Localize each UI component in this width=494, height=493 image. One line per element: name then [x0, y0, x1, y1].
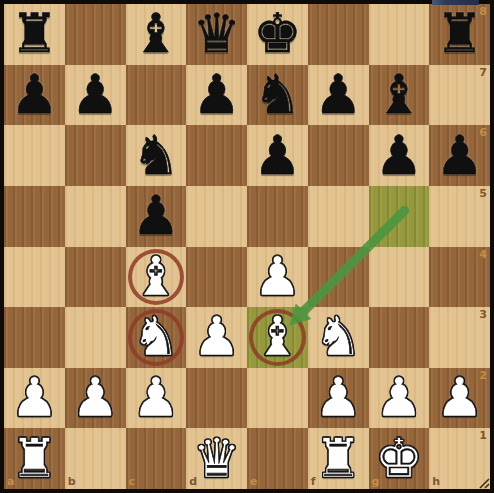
square-c2[interactable]: ♟	[126, 368, 187, 429]
square-g7[interactable]: ♝	[369, 65, 430, 126]
square-a5[interactable]	[4, 186, 65, 247]
piece-black-pawn-d7[interactable]: ♟	[186, 65, 247, 126]
square-h3[interactable]: 3	[429, 307, 490, 368]
piece-white-pawn-a2[interactable]: ♟	[4, 368, 65, 429]
piece-black-pawn-f7[interactable]: ♟	[308, 65, 369, 126]
square-b7[interactable]: ♟	[65, 65, 126, 126]
piece-black-pawn-b7[interactable]: ♟	[65, 65, 126, 126]
square-f5[interactable]	[308, 186, 369, 247]
square-g8[interactable]	[369, 4, 430, 65]
piece-white-pawn-e4[interactable]: ♟	[247, 247, 308, 308]
square-c7[interactable]	[126, 65, 187, 126]
square-e6[interactable]: ♟	[247, 125, 308, 186]
square-a8[interactable]: ♜	[4, 4, 65, 65]
piece-white-pawn-h2[interactable]: ♟	[429, 368, 490, 429]
rank-label-1: 1	[479, 429, 487, 442]
square-h8[interactable]: ♜8	[429, 4, 490, 65]
square-c1[interactable]: c	[126, 428, 187, 489]
square-f8[interactable]	[308, 4, 369, 65]
piece-black-pawn-a7[interactable]: ♟	[4, 65, 65, 126]
square-f3[interactable]: ♞	[308, 307, 369, 368]
square-c8[interactable]: ♝	[126, 4, 187, 65]
square-c5[interactable]: ♟	[126, 186, 187, 247]
square-g5[interactable]	[369, 186, 430, 247]
square-e2[interactable]	[247, 368, 308, 429]
square-e3[interactable]: ♝	[247, 307, 308, 368]
square-d2[interactable]	[186, 368, 247, 429]
piece-black-knight-c6[interactable]: ♞	[126, 125, 187, 186]
square-h5[interactable]: 5	[429, 186, 490, 247]
square-b2[interactable]: ♟	[65, 368, 126, 429]
piece-black-king-e8[interactable]: ♚	[247, 4, 308, 65]
rank-label-7: 7	[479, 66, 487, 79]
piece-black-bishop-c8[interactable]: ♝	[126, 4, 187, 65]
file-label-b: b	[68, 475, 76, 488]
square-f4[interactable]	[308, 247, 369, 308]
piece-black-knight-e7[interactable]: ♞	[247, 65, 308, 126]
piece-white-pawn-b2[interactable]: ♟	[65, 368, 126, 429]
file-label-h: h	[432, 475, 440, 488]
square-b8[interactable]	[65, 4, 126, 65]
piece-black-pawn-g6[interactable]: ♟	[369, 125, 430, 186]
piece-black-rook-h8[interactable]: ♜	[429, 4, 490, 65]
square-f7[interactable]: ♟	[308, 65, 369, 126]
square-e1[interactable]: e	[247, 428, 308, 489]
piece-black-pawn-c5[interactable]: ♟	[126, 186, 187, 247]
resize-handle-icon[interactable]	[476, 475, 490, 489]
square-a4[interactable]	[4, 247, 65, 308]
square-b5[interactable]	[65, 186, 126, 247]
square-d7[interactable]: ♟	[186, 65, 247, 126]
square-f2[interactable]: ♟	[308, 368, 369, 429]
square-g4[interactable]	[369, 247, 430, 308]
square-e8[interactable]: ♚	[247, 4, 308, 65]
piece-white-rook-f1[interactable]: ♜	[308, 428, 369, 489]
square-d4[interactable]	[186, 247, 247, 308]
piece-black-bishop-g7[interactable]: ♝	[369, 65, 430, 126]
square-g6[interactable]: ♟	[369, 125, 430, 186]
square-h2[interactable]: ♟2	[429, 368, 490, 429]
piece-white-bishop-c4[interactable]: ♝	[126, 247, 187, 308]
piece-black-rook-a8[interactable]: ♜	[4, 4, 65, 65]
square-f6[interactable]	[308, 125, 369, 186]
piece-white-pawn-f2[interactable]: ♟	[308, 368, 369, 429]
square-h6[interactable]: ♟6	[429, 125, 490, 186]
piece-white-pawn-c2[interactable]: ♟	[126, 368, 187, 429]
square-d6[interactable]	[186, 125, 247, 186]
piece-white-knight-f3[interactable]: ♞	[308, 307, 369, 368]
chess-board[interactable]: ♜♝♛♚♜8♟♟♟♞♟♝7♞♟♟♟6♟5♝♟4♞♟♝♞3♟♟♟♟♟♟2♜abc♛…	[4, 4, 490, 489]
piece-white-rook-a1[interactable]: ♜	[4, 428, 65, 489]
square-g1[interactable]: ♚g	[369, 428, 430, 489]
piece-black-pawn-h6[interactable]: ♟	[429, 125, 490, 186]
top-edge-fragment	[432, 0, 479, 5]
square-d8[interactable]: ♛	[186, 4, 247, 65]
piece-black-pawn-e6[interactable]: ♟	[247, 125, 308, 186]
piece-white-queen-d1[interactable]: ♛	[186, 428, 247, 489]
square-a7[interactable]: ♟	[4, 65, 65, 126]
square-b1[interactable]: b	[65, 428, 126, 489]
square-d1[interactable]: ♛d	[186, 428, 247, 489]
square-a6[interactable]	[4, 125, 65, 186]
square-a3[interactable]	[4, 307, 65, 368]
square-b6[interactable]	[65, 125, 126, 186]
square-b3[interactable]	[65, 307, 126, 368]
piece-black-queen-d8[interactable]: ♛	[186, 4, 247, 65]
piece-white-knight-c3[interactable]: ♞	[126, 307, 187, 368]
rank-label-5: 5	[479, 187, 487, 200]
square-a2[interactable]: ♟	[4, 368, 65, 429]
rank-label-4: 4	[479, 248, 487, 261]
rank-label-3: 3	[479, 308, 487, 321]
square-h7[interactable]: 7	[429, 65, 490, 126]
square-e4[interactable]: ♟	[247, 247, 308, 308]
square-b4[interactable]	[65, 247, 126, 308]
square-g2[interactable]: ♟	[369, 368, 430, 429]
square-g3[interactable]	[369, 307, 430, 368]
square-c3[interactable]: ♞	[126, 307, 187, 368]
square-a1[interactable]: ♜a	[4, 428, 65, 489]
piece-white-pawn-d3[interactable]: ♟	[186, 307, 247, 368]
square-f1[interactable]: ♜f	[308, 428, 369, 489]
piece-white-bishop-e3[interactable]: ♝	[247, 307, 308, 368]
piece-white-pawn-g2[interactable]: ♟	[369, 368, 430, 429]
chess-board-frame: ♜♝♛♚♜8♟♟♟♞♟♝7♞♟♟♟6♟5♝♟4♞♟♝♞3♟♟♟♟♟♟2♜abc♛…	[0, 0, 494, 493]
file-label-c: c	[129, 475, 136, 488]
file-label-e: e	[250, 475, 257, 488]
square-c4[interactable]: ♝	[126, 247, 187, 308]
piece-white-king-g1[interactable]: ♚	[369, 428, 430, 489]
square-c6[interactable]: ♞	[126, 125, 187, 186]
square-d5[interactable]	[186, 186, 247, 247]
square-e7[interactable]: ♞	[247, 65, 308, 126]
square-e5[interactable]	[247, 186, 308, 247]
square-h4[interactable]: 4	[429, 247, 490, 308]
square-d3[interactable]: ♟	[186, 307, 247, 368]
